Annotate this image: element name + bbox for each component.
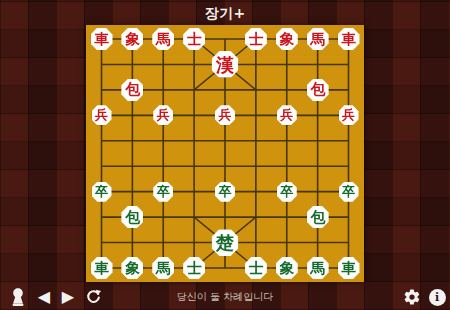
piece-han-king[interactable]: 漢 [212,51,239,78]
piece-han-elephant[interactable]: 象 [276,28,298,50]
app-title: 장기+ [0,5,450,23]
piece-han-pawn[interactable]: 兵 [339,105,359,125]
piece-cho-cannon[interactable]: 包 [121,206,143,228]
piece-cho-elephant[interactable]: 象 [121,257,143,279]
settings-button[interactable] [400,285,424,309]
piece-han-pawn[interactable]: 兵 [153,105,173,125]
piece-cho-pawn[interactable]: 卒 [339,182,359,202]
piece-han-cannon[interactable]: 包 [121,79,143,101]
piece-han-horse[interactable]: 馬 [307,28,329,50]
gear-icon [403,288,421,306]
piece-han-elephant[interactable]: 象 [121,28,143,50]
piece-cho-king[interactable]: 楚 [212,229,239,256]
piece-han-guard[interactable]: 士 [245,28,267,50]
piece-cho-horse[interactable]: 馬 [152,257,174,279]
piece-cho-chariot[interactable]: 車 [338,257,360,279]
piece-cho-pawn[interactable]: 卒 [215,182,235,202]
piece-han-cannon[interactable]: 包 [307,79,329,101]
piece-cho-chariot[interactable]: 車 [91,257,113,279]
janggi-board[interactable]: 車象馬士士象馬車漢包包兵兵兵兵兵卒卒卒卒卒包包楚車象馬士士象馬車 [86,25,364,282]
piece-han-guard[interactable]: 士 [183,28,205,50]
piece-cho-elephant[interactable]: 象 [276,257,298,279]
piece-han-pawn[interactable]: 兵 [277,105,297,125]
piece-cho-cannon[interactable]: 包 [307,206,329,228]
piece-cho-pawn[interactable]: 卒 [92,182,112,202]
piece-han-horse[interactable]: 馬 [152,28,174,50]
piece-han-chariot[interactable]: 車 [338,28,360,50]
piece-cho-guard[interactable]: 士 [245,257,267,279]
piece-han-pawn[interactable]: 兵 [92,105,112,125]
piece-cho-pawn[interactable]: 卒 [153,182,173,202]
piece-cho-pawn[interactable]: 卒 [277,182,297,202]
app-background: { "app": { "title": "장기+" }, "game": "ja… [0,0,450,310]
info-button[interactable]: i [425,285,449,309]
piece-cho-guard[interactable]: 士 [183,257,205,279]
status-text: 당신이 둘 차례입니다 [0,290,450,304]
info-icon: i [429,289,446,306]
piece-han-pawn[interactable]: 兵 [215,105,235,125]
piece-cho-horse[interactable]: 馬 [307,257,329,279]
piece-han-chariot[interactable]: 車 [91,28,113,50]
